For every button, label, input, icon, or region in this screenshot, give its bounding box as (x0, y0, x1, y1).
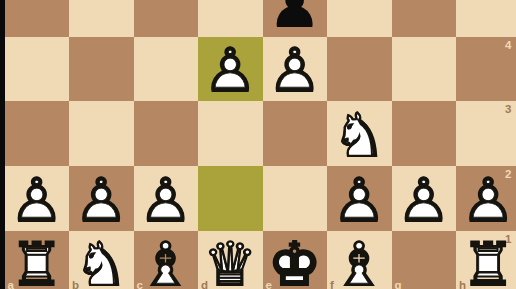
square-a1[interactable]: a♜♖ (5, 231, 70, 289)
square-e5[interactable]: ♟ (263, 0, 328, 37)
white-pawn[interactable]: ♟♙ (198, 37, 263, 102)
square-h1[interactable]: 1h♜♖ (456, 231, 516, 289)
square-h4[interactable]: 4 (456, 37, 516, 102)
white-queen[interactable]: ♛♕ (198, 231, 263, 289)
square-h3[interactable]: 3 (456, 101, 516, 166)
chess-board-viewport: ♟♟♙♟♙4♞♘3♟♙♟♙♟♙♟♙♟♙2♟♙a♜♖b♞♘c♝♗d♛♕e♚♔f♝♗… (0, 0, 516, 289)
square-a2[interactable]: ♟♙ (5, 166, 70, 231)
white-bishop[interactable]: ♝♗ (327, 231, 392, 289)
square-g5[interactable] (392, 0, 457, 37)
square-c1[interactable]: c♝♗ (134, 231, 199, 289)
square-f2[interactable]: ♟♙ (327, 166, 392, 231)
square-b3[interactable] (69, 101, 134, 166)
square-e3[interactable] (263, 101, 328, 166)
square-f1[interactable]: f♝♗ (327, 231, 392, 289)
square-e2[interactable] (263, 166, 328, 231)
square-h5[interactable] (456, 0, 516, 37)
white-pawn[interactable]: ♟♙ (456, 166, 516, 231)
square-c3[interactable] (134, 101, 199, 166)
square-c4[interactable] (134, 37, 199, 102)
white-pawn[interactable]: ♟♙ (327, 166, 392, 231)
square-g2[interactable]: ♟♙ (392, 166, 457, 231)
square-g1[interactable]: g (392, 231, 457, 289)
white-pawn[interactable]: ♟♙ (69, 166, 134, 231)
square-c2[interactable]: ♟♙ (134, 166, 199, 231)
white-bishop[interactable]: ♝♗ (134, 231, 199, 289)
square-e4[interactable]: ♟♙ (263, 37, 328, 102)
white-rook[interactable]: ♜♖ (5, 231, 70, 289)
square-f4[interactable] (327, 37, 392, 102)
square-g4[interactable] (392, 37, 457, 102)
white-rook[interactable]: ♜♖ (456, 231, 516, 289)
rank-label-4: 4 (505, 40, 511, 52)
square-f3[interactable]: ♞♘ (327, 101, 392, 166)
white-pawn[interactable]: ♟♙ (392, 166, 457, 231)
square-b1[interactable]: b♞♘ (69, 231, 134, 289)
square-d1[interactable]: d♛♕ (198, 231, 263, 289)
chess-board: ♟♟♙♟♙4♞♘3♟♙♟♙♟♙♟♙♟♙2♟♙a♜♖b♞♘c♝♗d♛♕e♚♔f♝♗… (5, 0, 516, 289)
white-pawn[interactable]: ♟♙ (134, 166, 199, 231)
square-d2[interactable] (198, 166, 263, 231)
square-d5[interactable] (198, 0, 263, 37)
white-pawn[interactable]: ♟♙ (263, 37, 328, 102)
square-f5[interactable] (327, 0, 392, 37)
square-d3[interactable] (198, 101, 263, 166)
square-b4[interactable] (69, 37, 134, 102)
square-b5[interactable] (69, 0, 134, 37)
black-pawn[interactable]: ♟ (263, 0, 328, 37)
square-b2[interactable]: ♟♙ (69, 166, 134, 231)
square-a3[interactable] (5, 101, 70, 166)
square-g3[interactable] (392, 101, 457, 166)
file-label-g: g (395, 280, 402, 289)
white-king[interactable]: ♚♔ (263, 231, 328, 289)
square-d4[interactable]: ♟♙ (198, 37, 263, 102)
square-c5[interactable] (134, 0, 199, 37)
square-h2[interactable]: 2♟♙ (456, 166, 516, 231)
square-a4[interactable] (5, 37, 70, 102)
white-pawn[interactable]: ♟♙ (5, 166, 70, 231)
white-knight[interactable]: ♞♘ (327, 101, 392, 166)
square-e1[interactable]: e♚♔ (263, 231, 328, 289)
rank-label-3: 3 (505, 104, 511, 116)
square-a5[interactable] (5, 0, 70, 37)
white-knight[interactable]: ♞♘ (69, 231, 134, 289)
